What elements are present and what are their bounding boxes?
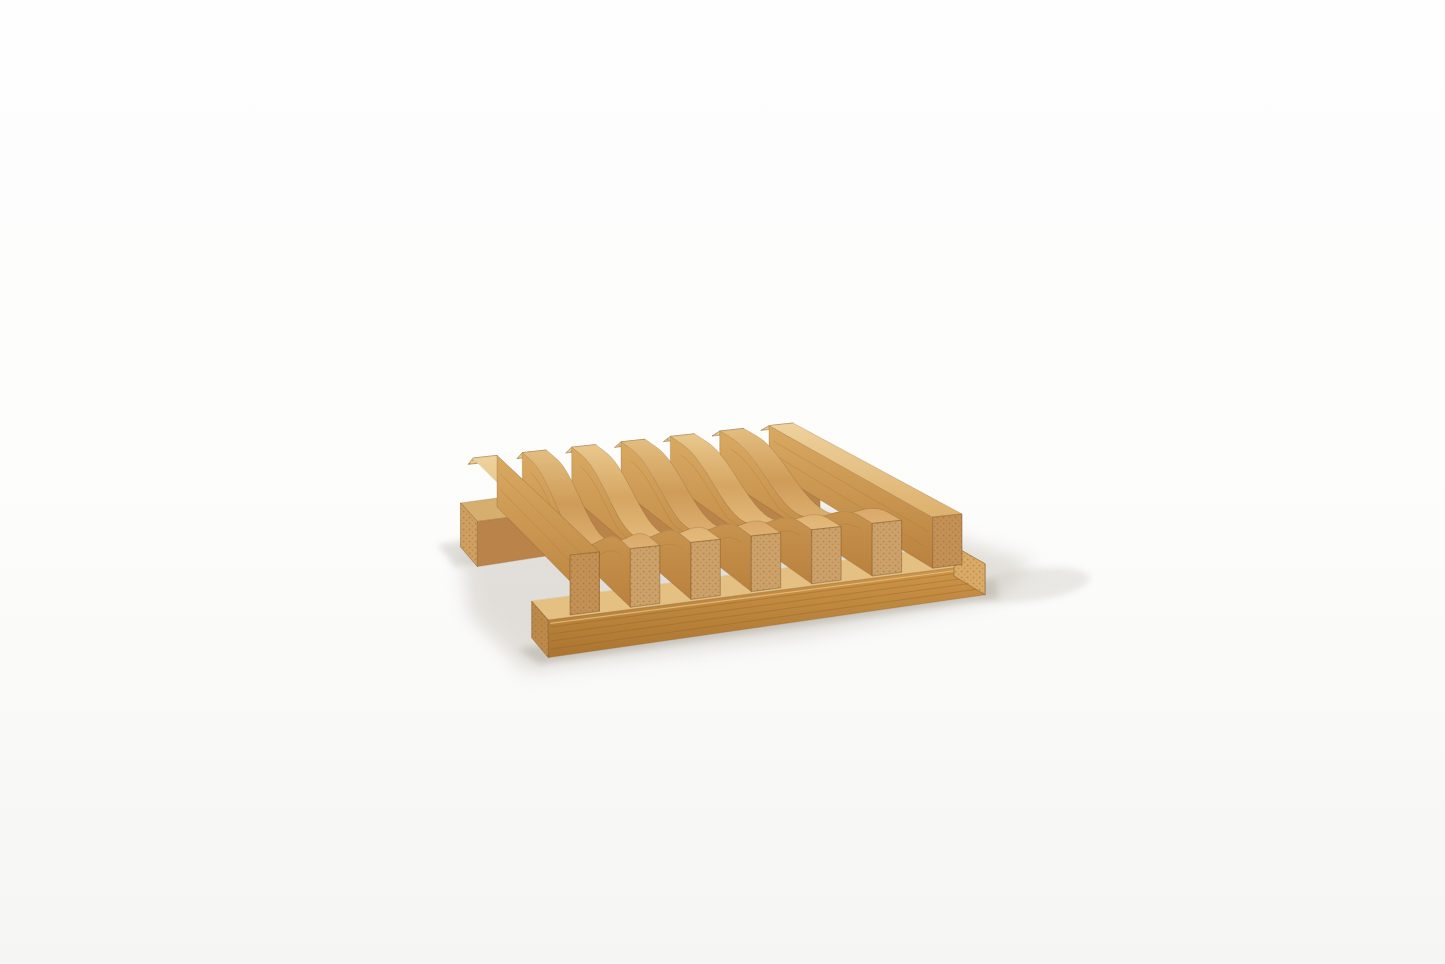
rail-front-end-grain [933,514,962,568]
studio-backdrop [0,0,1445,964]
slat-front-post-grain [691,539,720,599]
rail-front-end-grain [570,552,599,615]
slat-front-post-grain [630,546,659,608]
slat-front-post-grain [812,527,841,584]
soap-dish-illustration [0,0,1445,964]
bamboo-soap-dish-photo [0,0,1445,964]
slat-front-post-grain [872,520,901,576]
slat-front-post-grain [751,533,780,592]
